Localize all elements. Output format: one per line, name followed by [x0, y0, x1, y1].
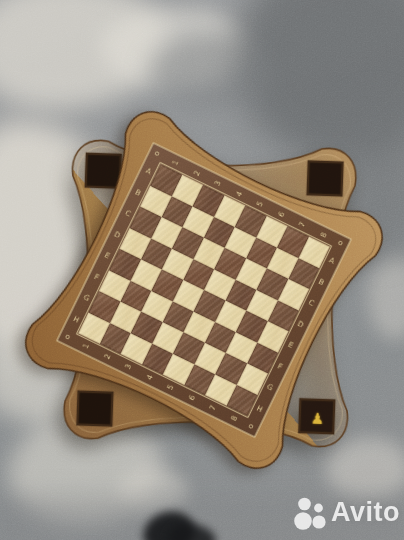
captured-gold-piece: ♟ — [310, 410, 324, 427]
floor-paint-patch — [0, 0, 170, 110]
floor-paint-patch — [100, 8, 250, 88]
avito-watermark: Avito — [293, 495, 400, 530]
floor-stain-dark — [148, 35, 273, 110]
photo-scene: ♟ 12345678 12345678 ABCDEF — [0, 0, 404, 540]
floor-paint-patch — [118, 468, 188, 513]
floor-stain-dark — [235, 0, 404, 160]
avito-logo-icon — [293, 495, 326, 530]
avito-watermark-text: Avito — [331, 497, 400, 528]
